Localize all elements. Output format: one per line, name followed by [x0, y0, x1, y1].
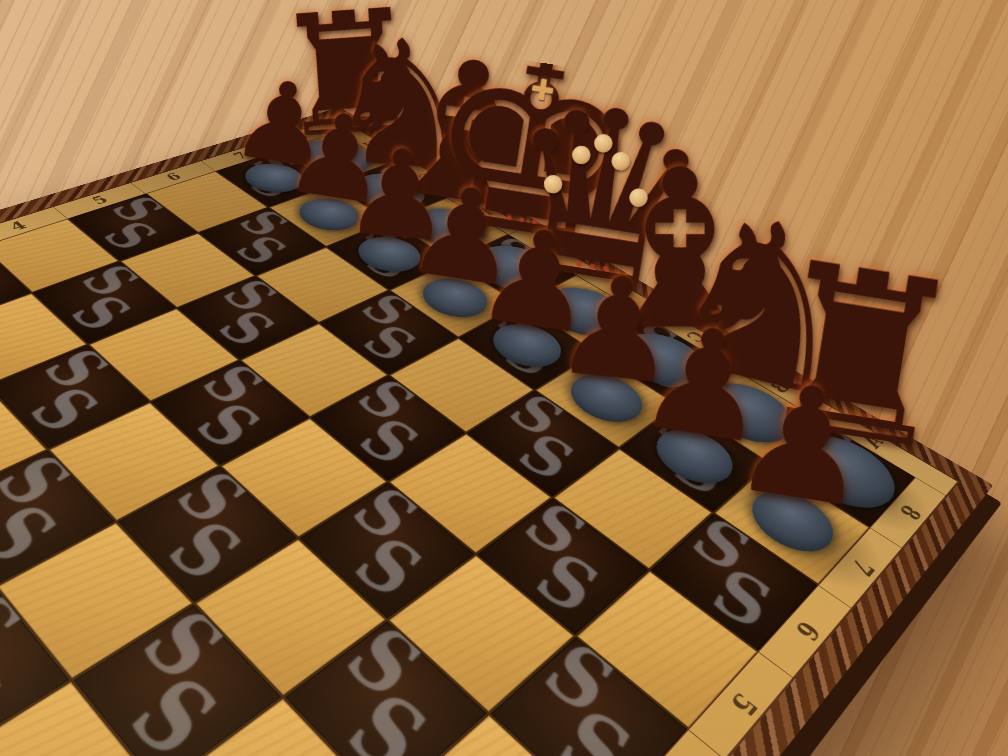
chess-board: SSSSSSSSSSSSSSSSSSSSSSSSSSSSSSSSSSSSSSSS… [0, 107, 993, 756]
chess-piece-pawn-a7[interactable]: ♟ [670, 237, 956, 540]
rank-coordinate-left-label: 4 [5, 218, 30, 233]
table-surface: SSSSSSSSSSSSSSSSSSSSSSSSSSSSSSSSSSSSSSSS… [0, 0, 1008, 756]
rank-coordinate-left-label: 6 [162, 170, 185, 183]
board-perspective-wrap: SSSSSSSSSSSSSSSSSSSSSSSSSSSSSSSSSSSSSSSS… [0, 0, 1008, 756]
pawn-glyph: ♟ [724, 357, 885, 531]
